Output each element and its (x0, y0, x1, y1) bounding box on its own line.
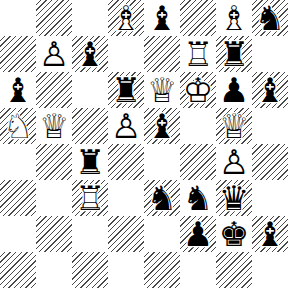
square-f1[interactable] (180, 252, 216, 288)
square-h8[interactable]: ♞♞ (252, 0, 288, 36)
piece-black-bishop: ♝♝ (252, 72, 288, 108)
piece-glyph: ♞ (147, 180, 177, 216)
piece-glyph: ♝ (255, 72, 285, 108)
square-c1[interactable] (72, 252, 108, 288)
square-b4[interactable] (36, 144, 72, 180)
square-b6[interactable] (36, 72, 72, 108)
square-f2[interactable]: ♟♟ (180, 216, 216, 252)
piece-white-pawn: ♟♙ (36, 36, 72, 72)
square-c7[interactable]: ♝♝ (72, 36, 108, 72)
square-h7[interactable] (252, 36, 288, 72)
piece-halo: ♚ (219, 216, 249, 252)
square-h2[interactable]: ♝♝ (252, 216, 288, 252)
piece-glyph: ♕ (219, 108, 249, 144)
piece-white-queen: ♛♕ (216, 108, 252, 144)
square-f8[interactable] (180, 0, 216, 36)
piece-halo: ♟ (39, 36, 69, 72)
piece-black-rook: ♜♜ (108, 72, 144, 108)
square-g3[interactable]: ♛♛ (216, 180, 252, 216)
piece-black-bishop: ♝♝ (0, 72, 36, 108)
square-a1[interactable] (0, 252, 36, 288)
piece-glyph: ♘ (3, 108, 33, 144)
square-g8[interactable]: ♝♗ (216, 0, 252, 36)
piece-white-queen: ♛♕ (144, 72, 180, 108)
piece-glyph: ♙ (219, 144, 249, 180)
square-a4[interactable] (0, 144, 36, 180)
square-d5[interactable]: ♟♙ (108, 108, 144, 144)
piece-glyph: ♜ (75, 144, 105, 180)
square-e6[interactable]: ♛♕ (144, 72, 180, 108)
piece-halo: ♛ (219, 180, 249, 216)
square-d3[interactable] (108, 180, 144, 216)
piece-black-pawn: ♟♟ (180, 216, 216, 252)
piece-halo: ♞ (255, 0, 285, 36)
piece-halo: ♛ (39, 108, 69, 144)
piece-halo: ♜ (75, 144, 105, 180)
piece-glyph: ♚ (219, 216, 249, 252)
square-e5[interactable]: ♝♝ (144, 108, 180, 144)
piece-white-pawn: ♟♙ (108, 108, 144, 144)
square-c4[interactable]: ♜♜ (72, 144, 108, 180)
piece-glyph: ♞ (255, 0, 285, 36)
piece-black-knight: ♞♞ (144, 180, 180, 216)
square-h1[interactable] (252, 252, 288, 288)
piece-white-knight: ♞♘ (0, 108, 36, 144)
square-b5[interactable]: ♛♕ (36, 108, 72, 144)
piece-black-bishop: ♝♝ (72, 36, 108, 72)
piece-white-bishop: ♝♗ (216, 0, 252, 36)
piece-halo: ♝ (147, 108, 177, 144)
square-e7[interactable] (144, 36, 180, 72)
square-e1[interactable] (144, 252, 180, 288)
square-a2[interactable] (0, 216, 36, 252)
square-g2[interactable]: ♚♚ (216, 216, 252, 252)
piece-white-rook: ♜♖ (72, 180, 108, 216)
piece-glyph: ♖ (183, 36, 213, 72)
piece-glyph: ♙ (111, 108, 141, 144)
piece-white-bishop: ♝♗ (108, 0, 144, 36)
piece-halo: ♚ (183, 72, 213, 108)
piece-halo: ♟ (111, 108, 141, 144)
piece-black-rook: ♜♜ (216, 36, 252, 72)
piece-halo: ♞ (147, 180, 177, 216)
piece-black-bishop: ♝♝ (144, 108, 180, 144)
piece-halo: ♝ (111, 0, 141, 36)
square-a7[interactable] (0, 36, 36, 72)
piece-halo: ♝ (147, 0, 177, 36)
square-a6[interactable]: ♝♝ (0, 72, 36, 108)
piece-glyph: ♙ (39, 36, 69, 72)
piece-glyph: ♝ (255, 216, 285, 252)
piece-glyph: ♟ (183, 216, 213, 252)
square-h5[interactable] (252, 108, 288, 144)
square-e8[interactable]: ♝♝ (144, 0, 180, 36)
square-h6[interactable]: ♝♝ (252, 72, 288, 108)
piece-halo: ♜ (75, 180, 105, 216)
piece-halo: ♜ (219, 36, 249, 72)
piece-glyph: ♗ (219, 0, 249, 36)
piece-halo: ♟ (219, 144, 249, 180)
square-d2[interactable] (108, 216, 144, 252)
piece-halo: ♟ (183, 216, 213, 252)
piece-black-rook: ♜♜ (72, 144, 108, 180)
piece-glyph: ♝ (147, 0, 177, 36)
piece-halo: ♝ (255, 216, 285, 252)
piece-glyph: ♟ (219, 72, 249, 108)
piece-white-king: ♚♔ (180, 72, 216, 108)
square-h4[interactable] (252, 144, 288, 180)
square-a3[interactable] (0, 180, 36, 216)
square-a5[interactable]: ♞♘ (0, 108, 36, 144)
square-e3[interactable]: ♞♞ (144, 180, 180, 216)
square-d8[interactable]: ♝♗ (108, 0, 144, 36)
square-f5[interactable] (180, 108, 216, 144)
square-c8[interactable] (72, 0, 108, 36)
piece-glyph: ♛ (219, 180, 249, 216)
piece-glyph: ♝ (75, 36, 105, 72)
square-f6[interactable]: ♚♔ (180, 72, 216, 108)
square-d6[interactable]: ♜♜ (108, 72, 144, 108)
piece-halo: ♞ (3, 108, 33, 144)
piece-glyph: ♜ (111, 72, 141, 108)
piece-white-queen: ♛♕ (36, 108, 72, 144)
square-c6[interactable] (72, 72, 108, 108)
square-g5[interactable]: ♛♕ (216, 108, 252, 144)
piece-halo: ♛ (147, 72, 177, 108)
square-d1[interactable] (108, 252, 144, 288)
piece-halo: ♝ (219, 0, 249, 36)
square-f4[interactable] (180, 144, 216, 180)
piece-black-pawn: ♟♟ (216, 72, 252, 108)
piece-glyph: ♝ (147, 108, 177, 144)
square-b8[interactable] (36, 0, 72, 36)
square-h3[interactable] (252, 180, 288, 216)
square-d7[interactable] (108, 36, 144, 72)
piece-black-knight: ♞♞ (180, 180, 216, 216)
piece-halo: ♝ (75, 36, 105, 72)
square-c3[interactable]: ♜♖ (72, 180, 108, 216)
piece-black-king: ♚♚ (216, 216, 252, 252)
piece-halo: ♛ (219, 108, 249, 144)
piece-black-knight: ♞♞ (252, 0, 288, 36)
piece-glyph: ♗ (111, 0, 141, 36)
square-a8[interactable] (0, 0, 36, 36)
piece-halo: ♟ (219, 72, 249, 108)
piece-glyph: ♝ (3, 72, 33, 108)
piece-black-bishop: ♝♝ (252, 216, 288, 252)
square-e2[interactable] (144, 216, 180, 252)
piece-halo: ♝ (255, 72, 285, 108)
square-e4[interactable] (144, 144, 180, 180)
piece-black-bishop: ♝♝ (144, 0, 180, 36)
square-f3[interactable]: ♞♞ (180, 180, 216, 216)
square-c5[interactable] (72, 108, 108, 144)
square-g1[interactable] (216, 252, 252, 288)
piece-glyph: ♖ (75, 180, 105, 216)
square-f7[interactable]: ♜♖ (180, 36, 216, 72)
piece-halo: ♜ (183, 36, 213, 72)
piece-halo: ♝ (3, 72, 33, 108)
square-g7[interactable]: ♜♜ (216, 36, 252, 72)
piece-halo: ♞ (183, 180, 213, 216)
chessboard: ♝♗♝♝♝♗♞♞♟♙♝♝♜♖♜♜♝♝♜♜♛♕♚♔♟♟♝♝♞♘♛♕♟♙♝♝♛♕♜♜… (0, 0, 288, 288)
square-c2[interactable] (72, 216, 108, 252)
square-g4[interactable]: ♟♙ (216, 144, 252, 180)
piece-glyph: ♕ (147, 72, 177, 108)
piece-glyph: ♕ (39, 108, 69, 144)
square-b1[interactable] (36, 252, 72, 288)
square-b3[interactable] (36, 180, 72, 216)
piece-glyph: ♜ (219, 36, 249, 72)
piece-white-rook: ♜♖ (180, 36, 216, 72)
piece-black-queen: ♛♛ (216, 180, 252, 216)
piece-glyph: ♞ (183, 180, 213, 216)
square-b7[interactable]: ♟♙ (36, 36, 72, 72)
square-b2[interactable] (36, 216, 72, 252)
piece-glyph: ♔ (183, 72, 213, 108)
square-d4[interactable] (108, 144, 144, 180)
square-g6[interactable]: ♟♟ (216, 72, 252, 108)
piece-halo: ♜ (111, 72, 141, 108)
piece-white-pawn: ♟♙ (216, 144, 252, 180)
